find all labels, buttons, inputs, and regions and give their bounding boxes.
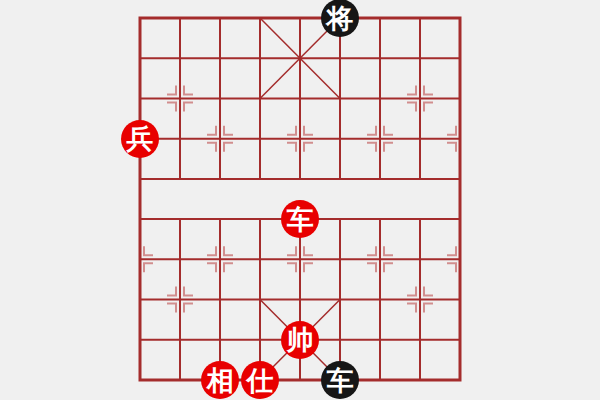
piece-black-general[interactable]: 将	[321, 0, 359, 37]
position-marker	[367, 143, 376, 152]
position-marker	[304, 263, 313, 272]
position-marker	[224, 126, 233, 135]
position-marker	[424, 85, 433, 94]
position-marker	[287, 143, 296, 152]
position-marker	[424, 287, 433, 296]
position-marker	[424, 304, 433, 313]
xiangqi-board-screenshot: 将兵车帅相仕车	[0, 0, 600, 400]
position-marker	[167, 304, 176, 313]
position-marker	[224, 246, 233, 255]
position-marker	[207, 246, 216, 255]
piece-red-general[interactable]: 帅	[281, 321, 319, 359]
position-marker	[424, 102, 433, 111]
position-marker	[207, 263, 216, 272]
position-marker	[407, 304, 416, 313]
piece-red-advisor[interactable]: 仕	[241, 361, 279, 399]
position-marker	[407, 102, 416, 111]
position-marker	[167, 102, 176, 111]
position-marker	[367, 126, 376, 135]
position-marker	[367, 246, 376, 255]
position-marker	[447, 126, 456, 135]
position-marker	[304, 126, 313, 135]
piece-red-soldier[interactable]: 兵	[121, 120, 159, 158]
position-marker	[144, 263, 153, 272]
position-marker	[184, 85, 193, 94]
position-marker	[167, 287, 176, 296]
position-marker	[384, 126, 393, 135]
position-marker	[447, 263, 456, 272]
position-marker	[207, 143, 216, 152]
position-marker	[184, 102, 193, 111]
position-marker	[447, 143, 456, 152]
position-marker	[287, 263, 296, 272]
position-marker	[304, 246, 313, 255]
position-marker	[447, 246, 456, 255]
position-marker	[407, 287, 416, 296]
piece-red-chariot[interactable]: 车	[281, 200, 319, 238]
position-marker	[367, 263, 376, 272]
position-marker	[384, 246, 393, 255]
position-marker	[304, 143, 313, 152]
position-marker	[287, 246, 296, 255]
position-marker	[224, 263, 233, 272]
position-marker	[384, 263, 393, 272]
position-marker	[407, 85, 416, 94]
position-marker	[184, 287, 193, 296]
position-marker	[167, 85, 176, 94]
position-marker	[207, 126, 216, 135]
position-marker	[287, 126, 296, 135]
position-marker	[384, 143, 393, 152]
position-marker	[144, 246, 153, 255]
piece-black-chariot[interactable]: 车	[321, 361, 359, 399]
position-marker	[184, 304, 193, 313]
position-marker	[224, 143, 233, 152]
piece-red-elephant[interactable]: 相	[201, 361, 239, 399]
